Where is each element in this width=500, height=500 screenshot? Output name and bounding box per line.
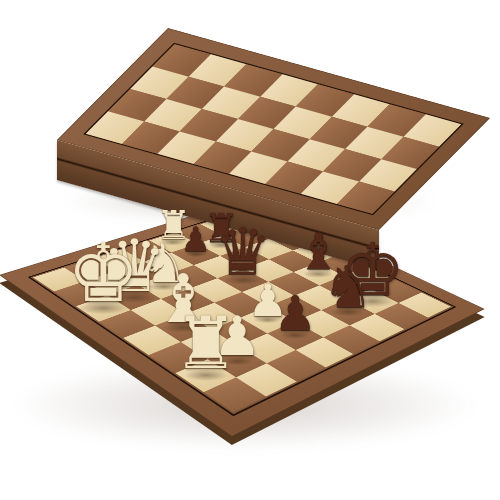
product-photo-stage: ♜♜♟♝♛♞♛♚♚♞♟♝♟♟♜: [0, 0, 500, 500]
